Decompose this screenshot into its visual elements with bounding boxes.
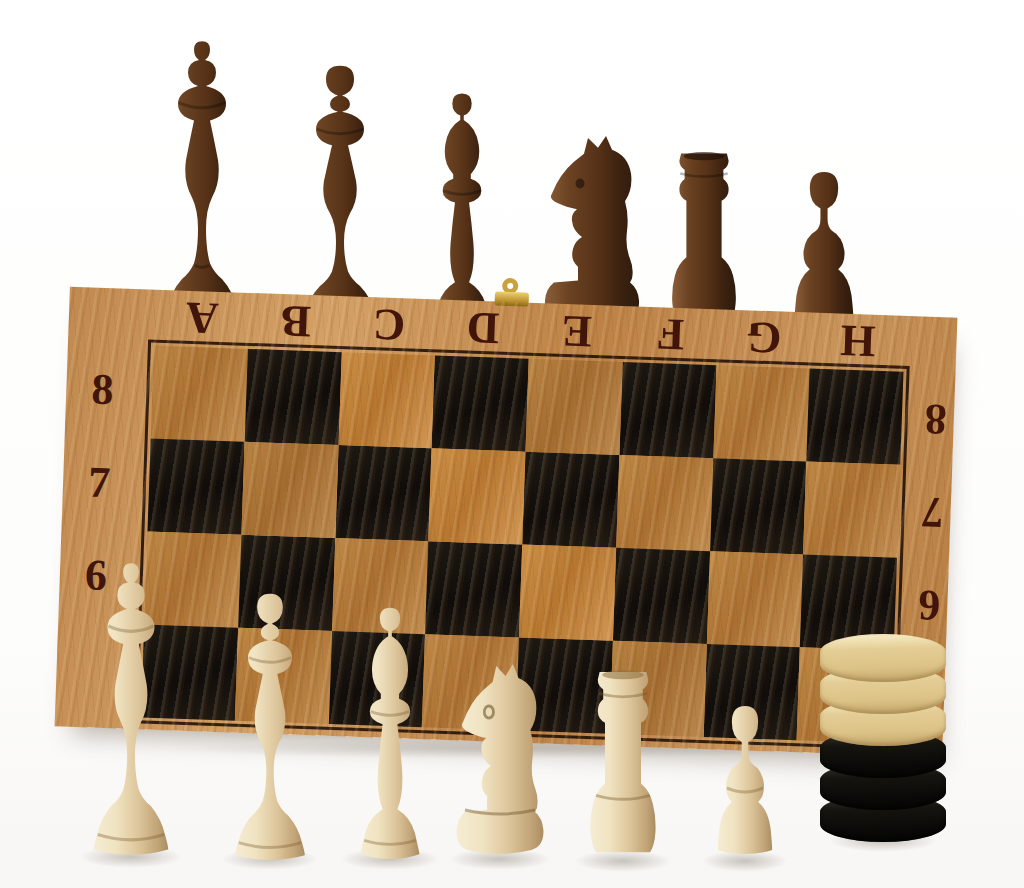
- file-label-a: A: [185, 294, 219, 340]
- light-pawn-piece: [708, 702, 782, 862]
- light-checker-piece: [820, 634, 946, 682]
- light-bishop-icon: [344, 602, 436, 860]
- file-label-h: H: [839, 317, 876, 363]
- dark-queen-piece: [292, 62, 388, 330]
- dark-pawn-piece: [784, 168, 864, 330]
- file-label-d: D: [466, 304, 500, 350]
- dark-rook-piece: [660, 148, 748, 330]
- file-label-b: B: [280, 298, 312, 344]
- rank-label-right-6: 6: [906, 574, 952, 635]
- dark-bishop-piece: [418, 88, 506, 330]
- dark-pawn-icon: [784, 168, 864, 330]
- light-queen-icon: [226, 590, 314, 860]
- light-bishop-piece: [344, 602, 436, 860]
- light-rook-icon: [578, 666, 668, 862]
- checkers-stack: [818, 634, 948, 842]
- light-king-piece: [82, 560, 180, 858]
- light-king-icon: [82, 560, 180, 858]
- file-label-e: E: [561, 307, 593, 353]
- file-label-f: F: [656, 311, 685, 357]
- light-queen-piece: [226, 590, 314, 860]
- light-knight-piece: [452, 660, 548, 860]
- file-label-c: C: [372, 301, 406, 347]
- dark-king-piece: [152, 38, 252, 330]
- dark-knight-icon: [540, 132, 644, 330]
- dark-knight-piece: [540, 132, 644, 330]
- dark-queen-icon: [292, 62, 388, 330]
- file-label-g: G: [746, 314, 783, 360]
- light-rook-piece: [578, 666, 668, 862]
- dark-bishop-icon: [418, 88, 506, 330]
- dark-rook-icon: [660, 148, 748, 330]
- rank-label-left-7: 7: [76, 452, 122, 513]
- light-pawn-icon: [708, 702, 782, 862]
- chess-set-product-photo: ABCDEFGH 876 876: [0, 0, 1024, 888]
- rank-label-right-8: 8: [913, 388, 959, 449]
- dark-king-icon: [152, 38, 252, 330]
- rank-label-left-8: 8: [79, 359, 125, 420]
- light-knight-icon: [452, 660, 548, 860]
- rank-label-right-7: 7: [910, 481, 956, 542]
